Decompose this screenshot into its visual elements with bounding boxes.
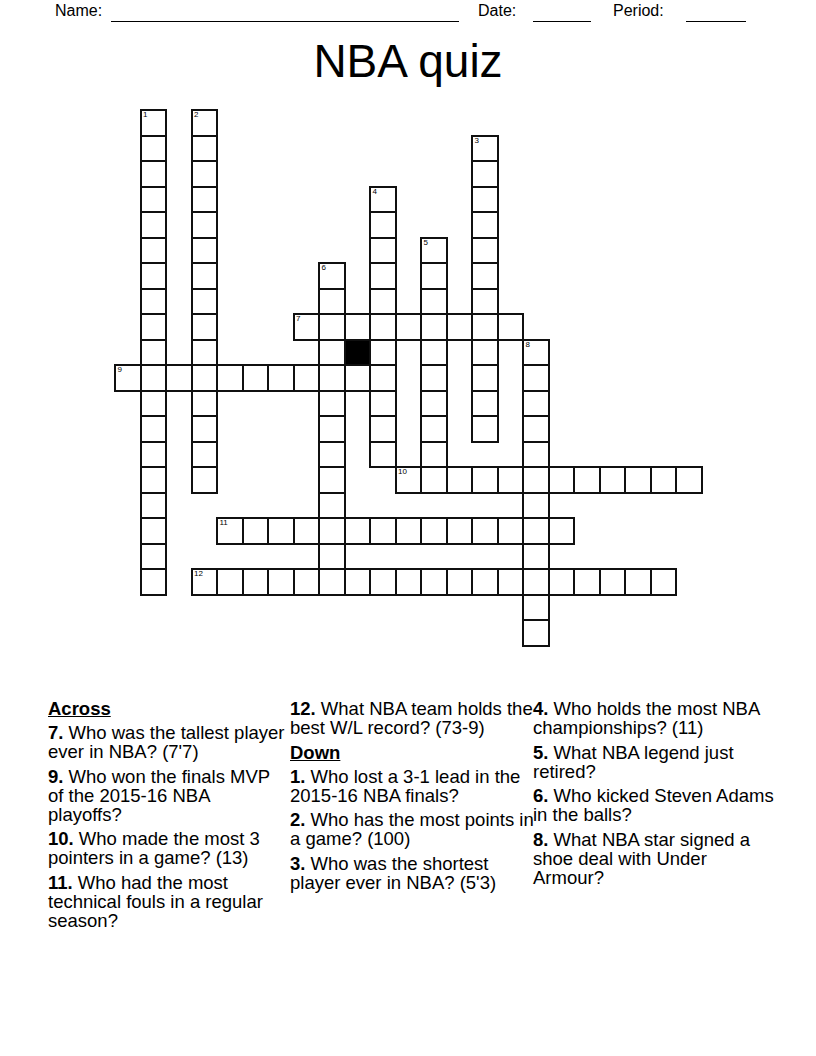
crossword-cell[interactable] <box>216 568 244 596</box>
crossword-cell[interactable] <box>165 364 193 392</box>
crossword-cell[interactable] <box>573 466 601 494</box>
clue-number: 2 <box>194 110 198 120</box>
crossword-cell[interactable] <box>140 237 168 265</box>
clue-text: Who holds the most NBA championships? (1… <box>533 698 759 738</box>
clue-text: What NBA legend just retired? <box>533 742 734 782</box>
clue-number-label: 10. <box>48 828 74 849</box>
crossword-cell[interactable] <box>140 390 168 418</box>
crossword-cell[interactable]: 12 <box>191 568 219 596</box>
clue-down-3: 3. Who was the shortest player ever in N… <box>290 854 538 892</box>
crossword-cell[interactable] <box>471 517 499 545</box>
crossword-cell[interactable] <box>191 466 219 494</box>
crossword-cell[interactable] <box>369 313 397 341</box>
crossword-cell[interactable] <box>395 313 423 341</box>
crossword-cell[interactable] <box>369 364 397 392</box>
crossword-cell[interactable] <box>471 160 499 188</box>
crossword-cell[interactable] <box>191 313 219 341</box>
crossword-cell[interactable] <box>318 288 346 316</box>
crossword-cell[interactable] <box>522 568 550 596</box>
crossword-cell[interactable]: 10 <box>395 466 423 494</box>
crossword-cell[interactable] <box>242 568 270 596</box>
crossword-cell[interactable] <box>191 364 219 392</box>
crossword-cell[interactable] <box>318 313 346 341</box>
date-blank[interactable] <box>533 4 591 22</box>
crossword-cell[interactable] <box>369 568 397 596</box>
clue-number-label: 1. <box>290 766 305 787</box>
crossword-cell[interactable] <box>522 441 550 469</box>
crossword-cell[interactable] <box>293 568 321 596</box>
crossword-cell[interactable] <box>522 619 550 647</box>
crossword-cell[interactable] <box>140 415 168 443</box>
crossword-cell[interactable] <box>599 568 627 596</box>
clue-across-7: 7. Who was the tallest player ever in NB… <box>48 723 288 761</box>
crossword-cell[interactable] <box>318 466 346 494</box>
crossword-cell[interactable] <box>140 492 168 520</box>
crossword-cell[interactable] <box>650 568 678 596</box>
crossword-cell[interactable] <box>344 517 372 545</box>
clue-number: 11 <box>220 518 228 528</box>
crossword-cell[interactable] <box>395 568 423 596</box>
crossword-cell[interactable] <box>318 364 346 392</box>
clue-across-11: 11. Who had the most technical fouls in … <box>48 873 288 930</box>
crossword-cell[interactable] <box>140 313 168 341</box>
crossword-cell[interactable] <box>522 492 550 520</box>
crossword-cell[interactable] <box>369 517 397 545</box>
clue-text: Who was the shortest player ever in NBA?… <box>290 853 496 893</box>
crossword-cell[interactable] <box>420 339 448 367</box>
crossword-cell[interactable] <box>446 568 474 596</box>
clue-down-2: 2. Who has the most points in a game? (1… <box>290 810 538 848</box>
crossword-cell[interactable] <box>497 517 525 545</box>
crossword-cell[interactable] <box>599 466 627 494</box>
crossword-cell[interactable] <box>624 568 652 596</box>
crossword-cell[interactable] <box>191 390 219 418</box>
crossword-cell[interactable]: 3 <box>471 135 499 163</box>
crossword-cell[interactable] <box>548 568 576 596</box>
clue-number: 12 <box>194 569 203 579</box>
crossword-cell[interactable] <box>140 339 168 367</box>
crossword-cell[interactable] <box>344 568 372 596</box>
crossword-cell[interactable] <box>191 288 219 316</box>
crossword-cell[interactable] <box>471 186 499 214</box>
crossword-cell[interactable] <box>471 237 499 265</box>
crossword-cell[interactable] <box>522 390 550 418</box>
crossword-cell[interactable] <box>140 517 168 545</box>
crossword-cell[interactable] <box>420 288 448 316</box>
crossword-cell[interactable] <box>318 568 346 596</box>
crossword-cell[interactable] <box>140 568 168 596</box>
crossword-cell[interactable] <box>369 237 397 265</box>
down-heading: Down <box>290 743 538 762</box>
clue-number: 4 <box>373 187 377 197</box>
crossword-cell[interactable] <box>471 288 499 316</box>
crossword-cell[interactable] <box>522 364 550 392</box>
crossword-cell[interactable] <box>497 568 525 596</box>
crossword-cell[interactable] <box>497 466 525 494</box>
clue-text: Who kicked Steven Adams in the balls? <box>533 785 774 825</box>
clue-text: Who was the tallest player ever in NBA? … <box>48 722 285 762</box>
crossword-cell[interactable] <box>420 517 448 545</box>
clue-number-label: 8. <box>533 829 548 850</box>
period-blank[interactable] <box>686 4 746 22</box>
clue-number: 6 <box>322 263 326 273</box>
crossword-cell[interactable] <box>522 594 550 622</box>
crossword-cell[interactable] <box>369 415 397 443</box>
crossword-cell[interactable] <box>140 262 168 290</box>
clue-number-label: 6. <box>533 785 548 806</box>
clue-number: 7 <box>296 314 300 324</box>
clue-number-label: 12. <box>290 698 316 719</box>
crossword-cell[interactable] <box>191 415 219 443</box>
date-label: Date: <box>478 2 516 20</box>
crossword-cell[interactable] <box>293 364 321 392</box>
crossword-cell[interactable] <box>140 211 168 239</box>
crossword-cell[interactable] <box>471 313 499 341</box>
crossword-cell[interactable] <box>522 517 550 545</box>
crossword-cell[interactable] <box>140 288 168 316</box>
crossword-cell[interactable] <box>191 135 219 163</box>
clue-text: Who won the finals MVP of the 2015-16 NB… <box>48 766 270 825</box>
clue-text: Who had the most technical fouls in a re… <box>48 872 263 931</box>
clue-number-label: 7. <box>48 722 63 743</box>
crossword-cell[interactable] <box>140 186 168 214</box>
crossword-cell[interactable] <box>471 339 499 367</box>
clue-column-3: 4. Who holds the most NBA championships?… <box>533 699 775 892</box>
crossword-cell[interactable] <box>191 237 219 265</box>
crossword-cell[interactable] <box>497 313 525 341</box>
crossword-cell[interactable] <box>318 441 346 469</box>
crossword-cell[interactable] <box>675 466 703 494</box>
crossword-cell[interactable] <box>318 517 346 545</box>
clue-across-10: 10. Who made the most 3 pointers in a ga… <box>48 829 288 867</box>
clue-number: 5 <box>424 238 428 248</box>
clue-text: Who has the most points in a game? (100) <box>290 809 534 849</box>
crossword-cell[interactable] <box>344 364 372 392</box>
crossword-cell[interactable] <box>293 517 321 545</box>
clue-number-label: 4. <box>533 698 548 719</box>
clue-number-label: 2. <box>290 809 305 830</box>
crossword-cell[interactable]: 11 <box>216 517 244 545</box>
crossword-cell[interactable] <box>420 390 448 418</box>
crossword-cell[interactable] <box>420 262 448 290</box>
crossword-cell[interactable] <box>471 568 499 596</box>
crossword-cell[interactable] <box>369 339 397 367</box>
crossword-cell[interactable] <box>471 415 499 443</box>
clue-text: Who made the most 3 pointers in a game? … <box>48 828 260 868</box>
crossword-cell[interactable] <box>446 466 474 494</box>
clue-down-5: 5. What NBA legend just retired? <box>533 743 775 781</box>
crossword-cell[interactable] <box>471 364 499 392</box>
crossword-cell[interactable] <box>191 441 219 469</box>
crossword-cell[interactable] <box>369 211 397 239</box>
crossword-cell[interactable] <box>191 339 219 367</box>
crossword-cell[interactable] <box>522 543 550 571</box>
crossword-cell[interactable] <box>191 186 219 214</box>
crossword-cell[interactable]: 1 <box>140 109 168 137</box>
clue-number: 8 <box>526 340 530 350</box>
crossword-cell[interactable] <box>216 364 244 392</box>
crossword-cell[interactable] <box>548 517 576 545</box>
crossword-cell[interactable] <box>369 441 397 469</box>
crossword-cell[interactable] <box>242 364 270 392</box>
crossword-cell[interactable]: 2 <box>191 109 219 137</box>
crossword-cell[interactable] <box>318 390 346 418</box>
crossword-cell[interactable] <box>471 390 499 418</box>
clue-number: 10 <box>398 467 407 477</box>
clue-down-4: 4. Who holds the most NBA championships?… <box>533 699 775 737</box>
clue-number-label: 5. <box>533 742 548 763</box>
crossword-cell[interactable] <box>318 543 346 571</box>
worksheet-page: { "page": { "background": "#ffffff", "in… <box>0 0 816 1056</box>
crossword-cell[interactable] <box>318 492 346 520</box>
crossword-cell[interactable] <box>522 466 550 494</box>
name-label: Name: <box>55 2 102 20</box>
crossword-cell[interactable] <box>267 517 295 545</box>
crossword-cell[interactable] <box>140 441 168 469</box>
clue-text: What NBA team holds the best W/L record?… <box>290 698 533 738</box>
crossword-cell[interactable] <box>624 466 652 494</box>
clue-number: 1 <box>143 110 147 120</box>
clue-down-1: 1. Who lost a 3-1 lead in the 2015-16 NB… <box>290 767 538 805</box>
crossword-cell[interactable] <box>140 135 168 163</box>
crossword-cell[interactable]: 9 <box>114 364 142 392</box>
crossword-cell[interactable] <box>191 211 219 239</box>
crossword-cell[interactable] <box>267 568 295 596</box>
crossword-cell[interactable] <box>420 415 448 443</box>
clue-number: 3 <box>475 136 479 146</box>
crossword-cell[interactable] <box>420 466 448 494</box>
crossword-cell[interactable] <box>420 364 448 392</box>
crossword-cell[interactable] <box>140 543 168 571</box>
crossword-cell[interactable]: 4 <box>369 186 397 214</box>
clue-text: Who lost a 3-1 lead in the 2015-16 NBA f… <box>290 766 520 806</box>
clue-down-6: 6. Who kicked Steven Adams in the balls? <box>533 786 775 824</box>
across-heading: Across <box>48 699 288 718</box>
crossword-cell[interactable] <box>191 262 219 290</box>
clue-number: 9 <box>118 365 122 375</box>
crossword-cell[interactable] <box>369 262 397 290</box>
crossword-cell[interactable] <box>318 415 346 443</box>
crossword-cell[interactable] <box>446 313 474 341</box>
clue-number-label: 11. <box>48 872 73 893</box>
clue-column-2: 12. What NBA team holds the best W/L rec… <box>290 699 538 897</box>
crossword-cell[interactable] <box>395 517 423 545</box>
clue-text: What NBA star signed a shoe deal with Un… <box>533 829 750 888</box>
crossword-cell[interactable] <box>650 466 678 494</box>
clue-across-9: 9. Who won the finals MVP of the 2015-16… <box>48 767 288 824</box>
crossword-cell[interactable] <box>420 313 448 341</box>
crossword-cell[interactable]: 8 <box>522 339 550 367</box>
crossword-cell[interactable] <box>140 160 168 188</box>
crossword-cell[interactable] <box>471 211 499 239</box>
crossword-cell[interactable] <box>420 568 448 596</box>
crossword-cell[interactable]: 5 <box>420 237 448 265</box>
clue-number-label: 3. <box>290 853 305 874</box>
crossword-cell[interactable] <box>191 160 219 188</box>
crossword-cell[interactable] <box>573 568 601 596</box>
clue-column-1: Across7. Who was the tallest player ever… <box>48 699 288 935</box>
clue-down-8: 8. What NBA star signed a shoe deal with… <box>533 830 775 887</box>
crossword-cell[interactable] <box>471 262 499 290</box>
crossword-cell[interactable] <box>522 415 550 443</box>
crossword-cell[interactable]: 7 <box>293 313 321 341</box>
page-title: NBA quiz <box>0 34 816 88</box>
crossword-cell[interactable] <box>420 441 448 469</box>
clue-number-label: 9. <box>48 766 63 787</box>
crossword-cell[interactable] <box>548 466 576 494</box>
crossword-cell[interactable] <box>318 339 346 367</box>
clue-across-12: 12. What NBA team holds the best W/L rec… <box>290 699 538 737</box>
crossword-grid: 123456789101112 <box>115 110 703 647</box>
crossword-cell[interactable] <box>242 517 270 545</box>
crossword-cell[interactable] <box>140 466 168 494</box>
black-cell <box>344 339 372 367</box>
crossword-cell[interactable] <box>344 313 372 341</box>
name-blank[interactable] <box>111 4 459 22</box>
period-label: Period: <box>613 2 664 20</box>
crossword-cell[interactable] <box>267 364 295 392</box>
crossword-cell[interactable] <box>140 364 168 392</box>
crossword-cell[interactable] <box>369 288 397 316</box>
crossword-cell[interactable] <box>369 390 397 418</box>
crossword-cell[interactable] <box>446 517 474 545</box>
crossword-cell[interactable]: 6 <box>318 262 346 290</box>
crossword-cell[interactable] <box>471 466 499 494</box>
